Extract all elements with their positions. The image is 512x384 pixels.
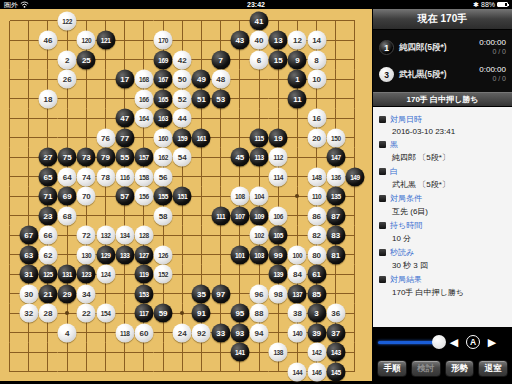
board-cell <box>345 89 364 109</box>
black-stone-131: 131 <box>58 265 77 284</box>
black-stone-51: 51 <box>192 89 211 108</box>
board-cell <box>96 109 115 129</box>
black-stone-139: 139 <box>269 265 288 284</box>
board-cell <box>96 70 115 90</box>
board-cell <box>230 50 249 70</box>
board-cell <box>230 128 249 148</box>
board-cell: 166 <box>134 89 153 109</box>
board-cell <box>19 89 38 109</box>
board-cell <box>173 245 192 265</box>
board-cell: 99 <box>269 245 288 265</box>
board-cell: 121 <box>96 31 115 51</box>
board-cell: 49 <box>192 70 211 90</box>
white-stone-110: 110 <box>307 187 326 206</box>
board-cell <box>0 89 19 109</box>
board-cell <box>0 187 19 207</box>
black-stone-123: 123 <box>77 265 96 284</box>
info-label: 対局結果 <box>390 274 422 285</box>
player-row: 1純四郎(5段*)0:00:000 / 0 <box>379 34 506 61</box>
black-stone-157: 157 <box>134 148 153 167</box>
info-item: 対局日時2016-03-10 23:41 <box>379 114 506 136</box>
board-cell <box>173 362 192 382</box>
board-cell <box>0 206 19 226</box>
board-cell <box>211 362 230 382</box>
board-cell: 19 <box>269 128 288 148</box>
player-periods: 0 / 0 <box>479 75 506 84</box>
board-cell <box>38 50 57 70</box>
board-cell: 163 <box>154 109 173 129</box>
bullet-icon <box>379 116 386 123</box>
board-cell <box>269 362 288 382</box>
black-stone-33: 33 <box>211 323 230 342</box>
board-cell: 140 <box>288 323 307 343</box>
board-cell <box>326 109 345 129</box>
board-cell: 112 <box>269 148 288 168</box>
board-cell: 115 <box>249 128 268 148</box>
board-cell <box>19 31 38 51</box>
board-cell: 145 <box>326 362 345 382</box>
board-cell <box>96 323 115 343</box>
white-stone-60: 60 <box>134 323 153 342</box>
board-cell: 37 <box>326 323 345 343</box>
board-cell <box>96 206 115 226</box>
white-stone-50: 50 <box>173 70 192 89</box>
board-cell <box>345 187 364 207</box>
board-cell: 124 <box>96 265 115 285</box>
info-label: 白 <box>390 166 398 177</box>
board-cell <box>134 11 153 31</box>
board-cell <box>211 128 230 148</box>
board-cell: 153 <box>134 284 153 304</box>
white-stone-20: 20 <box>307 128 326 147</box>
player-periods: 0 / 0 <box>479 48 506 57</box>
board-cell: 167 <box>154 70 173 90</box>
white-stone-52: 52 <box>173 89 192 108</box>
white-stone-12: 12 <box>288 31 307 50</box>
black-stone-97: 97 <box>211 284 230 303</box>
board-cell: 32 <box>19 304 38 324</box>
board-cell <box>173 343 192 363</box>
board-cell: 110 <box>307 187 326 207</box>
board-cell: 76 <box>96 128 115 148</box>
board-cell: 97 <box>211 284 230 304</box>
board-cell: 12 <box>288 31 307 51</box>
move-slider[interactable] <box>378 335 442 349</box>
board-cell: 53 <box>211 89 230 109</box>
board-cell: 3 <box>307 304 326 324</box>
board-cell <box>230 109 249 129</box>
black-stone-11: 11 <box>288 89 307 108</box>
board-cell <box>154 226 173 246</box>
bullet-icon <box>379 195 386 202</box>
black-stone-57: 57 <box>115 187 134 206</box>
black-stone-65: 65 <box>38 167 57 186</box>
game-info-list: 対局日時2016-03-10 23:41黒純四郎 〔5段*〕白武礼黒 〔5段*〕… <box>373 107 512 327</box>
board-cell <box>115 362 134 382</box>
board-cell <box>77 70 96 90</box>
board-cell <box>19 167 38 187</box>
black-stone-163: 163 <box>154 109 173 128</box>
black-stone-109: 109 <box>250 206 269 225</box>
board-cell: 60 <box>134 323 153 343</box>
board-cell <box>345 362 364 382</box>
board-cell: 169 <box>154 50 173 70</box>
board-cell: 107 <box>230 206 249 226</box>
board-cell <box>192 265 211 285</box>
board-cell <box>192 11 211 31</box>
board-cell: 23 <box>38 206 57 226</box>
board-cell <box>269 304 288 324</box>
player-time: 0:00:00 <box>479 65 506 75</box>
slider-knob[interactable] <box>432 335 446 349</box>
board-cell <box>115 89 134 109</box>
board-cell <box>230 284 249 304</box>
board-cell: 148 <box>307 167 326 187</box>
info-label: 秒読み <box>390 247 414 258</box>
star-point <box>295 194 299 198</box>
board-cell <box>269 323 288 343</box>
board-cell: 91 <box>192 304 211 324</box>
board-cell: 114 <box>269 167 288 187</box>
board-cell <box>345 284 364 304</box>
board-cell: 133 <box>115 245 134 265</box>
board-cell: 29 <box>58 284 77 304</box>
board-cell <box>0 11 19 31</box>
board-cell: 103 <box>249 245 268 265</box>
black-stone-103: 103 <box>250 245 269 264</box>
white-stone-158: 158 <box>134 167 153 186</box>
board-cell <box>269 11 288 31</box>
black-stone-63: 63 <box>19 245 38 264</box>
board-cell <box>58 343 77 363</box>
white-stone-84: 84 <box>288 265 307 284</box>
board-cell <box>19 109 38 129</box>
white-stone-104: 104 <box>250 187 269 206</box>
board-cell <box>192 31 211 51</box>
info-label: 対局日時 <box>390 114 422 125</box>
board-cell: 117 <box>134 304 153 324</box>
board-cell: 98 <box>269 284 288 304</box>
white-stone-106: 106 <box>269 206 288 225</box>
info-value: 2016-03-10 23:41 <box>379 127 506 136</box>
board-cell <box>19 70 38 90</box>
button-手順[interactable]: 手順 <box>377 360 407 377</box>
board-cell: 8 <box>307 50 326 70</box>
board-cell <box>134 31 153 51</box>
board-cell <box>269 70 288 90</box>
board-cell <box>38 343 57 363</box>
white-stone-116: 116 <box>115 167 134 186</box>
board-cell: 86 <box>307 206 326 226</box>
white-stone-28: 28 <box>38 304 57 323</box>
board-cell <box>134 50 153 70</box>
info-value: 10 分 <box>379 233 506 244</box>
white-stone-136: 136 <box>326 167 345 186</box>
white-stone-86: 86 <box>307 206 326 225</box>
board-cell: 156 <box>134 187 153 207</box>
board-cell: 11 <box>288 89 307 109</box>
white-stone-18: 18 <box>38 89 57 108</box>
board-cell <box>192 343 211 363</box>
result-bar: 170手 白中押し勝ち <box>373 92 512 107</box>
board-cell <box>345 304 364 324</box>
board-cell <box>96 187 115 207</box>
board-cell: 67 <box>19 226 38 246</box>
board-cell <box>192 362 211 382</box>
board-cell <box>38 109 57 129</box>
black-stone-135: 135 <box>326 187 345 206</box>
white-stone-24: 24 <box>173 323 192 342</box>
board-cell <box>173 265 192 285</box>
white-stone-114: 114 <box>269 167 288 186</box>
battery-percent: 88% <box>481 1 495 8</box>
white-stone-164: 164 <box>134 109 153 128</box>
board-cell <box>38 11 57 31</box>
white-stone-38: 38 <box>288 304 307 323</box>
board-cell: 108 <box>230 187 249 207</box>
board-cell <box>0 362 19 382</box>
board-cell: 65 <box>38 167 57 187</box>
black-stone-111: 111 <box>211 206 230 225</box>
white-stone-170: 170 <box>154 31 173 50</box>
white-stone-70: 70 <box>77 187 96 206</box>
info-item: 対局結果170手 白中押し勝ち <box>379 274 506 298</box>
board-cell <box>173 304 192 324</box>
button-形勢[interactable]: 形勢 <box>445 360 475 377</box>
black-stone-73: 73 <box>77 148 96 167</box>
board-cell: 33 <box>211 323 230 343</box>
black-stone-67: 67 <box>19 226 38 245</box>
black-stone-153: 153 <box>134 284 153 303</box>
info-label: 持ち時間 <box>390 220 422 231</box>
black-stone-147: 147 <box>326 148 345 167</box>
board-cell <box>345 206 364 226</box>
white-stone-102: 102 <box>250 226 269 245</box>
board-cell: 129 <box>96 245 115 265</box>
black-stone-3: 3 <box>307 304 326 323</box>
board-cell <box>307 11 326 31</box>
board-cell <box>154 343 173 363</box>
board-cell <box>249 89 268 109</box>
board-cell: 94 <box>249 323 268 343</box>
auto-play-button[interactable]: A <box>466 335 480 349</box>
replay-controls: ◀ A ▶ <box>373 327 512 357</box>
board-cell: 34 <box>77 284 96 304</box>
black-stone-77: 77 <box>115 128 134 147</box>
board-cell <box>173 206 192 226</box>
info-item: 黒純四郎 〔5段*〕 <box>379 139 506 163</box>
wifi-icon <box>20 1 29 8</box>
board-cell <box>58 89 77 109</box>
board-cell: 85 <box>307 284 326 304</box>
bullet-icon <box>379 249 386 256</box>
board-cell <box>288 226 307 246</box>
white-stone-48: 48 <box>211 70 230 89</box>
board-cell: 142 <box>307 343 326 363</box>
board-cell <box>77 89 96 109</box>
black-stone-1: 1 <box>288 70 307 89</box>
black-stone-69: 69 <box>58 187 77 206</box>
button-退室[interactable]: 退室 <box>478 360 508 377</box>
board-cell: 96 <box>249 284 268 304</box>
white-stone-130: 130 <box>77 245 96 264</box>
info-value: 30 秒 3 回 <box>379 260 506 271</box>
black-stone-15: 15 <box>269 50 288 69</box>
black-stone-21: 21 <box>38 284 57 303</box>
white-stone-168: 168 <box>134 70 153 89</box>
white-stone-32: 32 <box>19 304 38 323</box>
board-cell <box>38 323 57 343</box>
board-cell <box>211 245 230 265</box>
board-cell: 78 <box>96 167 115 187</box>
board-cell: 58 <box>154 206 173 226</box>
white-stone-40: 40 <box>250 31 269 50</box>
black-stone-23: 23 <box>38 206 57 225</box>
black-stone-121: 121 <box>96 31 115 50</box>
star-point <box>180 311 184 315</box>
board-cell <box>19 50 38 70</box>
black-stone-149: 149 <box>345 167 364 186</box>
bullet-icon <box>379 168 386 175</box>
board-cell <box>134 343 153 363</box>
board-cell <box>288 187 307 207</box>
white-stone-10: 10 <box>307 70 326 89</box>
black-stone-159: 159 <box>173 128 192 147</box>
black-stone-91: 91 <box>192 304 211 323</box>
white-stone-120: 120 <box>77 31 96 50</box>
board-cell <box>115 265 134 285</box>
board-cell <box>0 128 19 148</box>
board-cell: 93 <box>230 323 249 343</box>
board-cell <box>173 11 192 31</box>
board-cell <box>0 109 19 129</box>
black-stone-127: 127 <box>134 245 153 264</box>
board-cell <box>211 226 230 246</box>
white-stone-96: 96 <box>250 284 269 303</box>
white-stone-142: 142 <box>307 343 326 362</box>
board-cell <box>211 109 230 129</box>
player-time: 0:00:00 <box>479 38 506 48</box>
board-cell <box>0 50 19 70</box>
board-cell: 82 <box>307 226 326 246</box>
board-cell <box>58 362 77 382</box>
black-stone-55: 55 <box>115 148 134 167</box>
bullet-icon <box>379 276 386 283</box>
board-cell: 54 <box>173 148 192 168</box>
board-cell <box>77 11 96 31</box>
board-cell <box>345 70 364 90</box>
white-stone-62: 62 <box>38 245 57 264</box>
board-cell <box>192 187 211 207</box>
black-stone-151: 151 <box>173 187 192 206</box>
prev-move-button[interactable]: ◀ <box>447 335 461 349</box>
info-item: 持ち時間10 分 <box>379 220 506 244</box>
board-cell: 74 <box>77 167 96 187</box>
board-cell <box>58 304 77 324</box>
board-cell: 132 <box>96 226 115 246</box>
board-cell <box>326 50 345 70</box>
black-stone-17: 17 <box>115 70 134 89</box>
white-stone-92: 92 <box>192 323 211 342</box>
board-cell: 35 <box>192 284 211 304</box>
board-cell <box>154 11 173 31</box>
board-cell: 36 <box>326 304 345 324</box>
board-cell: 119 <box>134 265 153 285</box>
board-cell: 137 <box>288 284 307 304</box>
white-stone-16: 16 <box>307 109 326 128</box>
black-stone-35: 35 <box>192 284 211 303</box>
board-cell <box>115 31 134 51</box>
board-cell <box>19 206 38 226</box>
board-cell: 143 <box>326 343 345 363</box>
board-cell: 109 <box>249 206 268 226</box>
board-cell <box>326 11 345 31</box>
black-stone-167: 167 <box>154 70 173 89</box>
board-cell: 155 <box>154 187 173 207</box>
board-cell: 138 <box>269 343 288 363</box>
white-stone-94: 94 <box>250 323 269 342</box>
board-cell: 75 <box>58 148 77 168</box>
board-cell <box>134 362 153 382</box>
board-cell: 50 <box>173 70 192 90</box>
board-cell: 10 <box>307 70 326 90</box>
black-stone-9: 9 <box>288 50 307 69</box>
board-cell <box>230 167 249 187</box>
player-row: 3武礼黒(5段*)0:00:000 / 0 <box>379 61 506 88</box>
board-cell: 158 <box>134 167 153 187</box>
white-stone-112: 112 <box>269 148 288 167</box>
black-stone-129: 129 <box>96 245 115 264</box>
board-cell <box>230 70 249 90</box>
board-cell <box>154 323 173 343</box>
board-cell <box>345 343 364 363</box>
board-cell: 131 <box>58 265 77 285</box>
info-value: 互先 (6目) <box>379 206 506 217</box>
board-cell <box>0 284 19 304</box>
board-cell <box>0 167 19 187</box>
black-stone-61: 61 <box>307 265 326 284</box>
black-stone-125: 125 <box>38 265 57 284</box>
board-cell: 45 <box>230 148 249 168</box>
black-stone-83: 83 <box>326 226 345 245</box>
board-cell <box>77 323 96 343</box>
board-cell <box>134 206 153 226</box>
white-stone-76: 76 <box>96 128 115 147</box>
board-cell <box>0 265 19 285</box>
board-cell: 68 <box>58 206 77 226</box>
black-stone-145: 145 <box>326 362 345 381</box>
board-cell <box>0 304 19 324</box>
board-cell <box>19 343 38 363</box>
status-bar: 圏外 23:42 ✱ 88% <box>0 0 512 9</box>
go-board: 1224146120121170434013121422516942761598… <box>0 9 372 384</box>
info-value: 170手 白中押し勝ち <box>379 287 506 298</box>
white-stone-132: 132 <box>96 226 115 245</box>
board-cell: 102 <box>249 226 268 246</box>
next-move-button[interactable]: ▶ <box>485 335 499 349</box>
board-cell <box>211 11 230 31</box>
info-item: 白武礼黒 〔5段*〕 <box>379 166 506 190</box>
board-cell <box>192 50 211 70</box>
black-stone-41: 41 <box>250 11 269 30</box>
board-cell: 44 <box>173 109 192 129</box>
black-stone-43: 43 <box>230 31 249 50</box>
slider-track[interactable] <box>378 341 440 344</box>
board-cell: 161 <box>192 128 211 148</box>
white-stone-88: 88 <box>250 304 269 323</box>
info-item: 秒読み30 秒 3 回 <box>379 247 506 271</box>
board-cell: 73 <box>77 148 96 168</box>
